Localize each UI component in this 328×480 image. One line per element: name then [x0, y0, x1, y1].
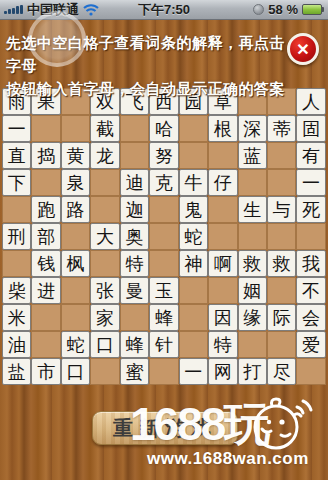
grid-cell[interactable]: 捣 — [31, 142, 60, 169]
grid-cell — [179, 115, 208, 142]
close-button[interactable]: ✕ — [287, 33, 319, 65]
grid-cell — [267, 169, 296, 196]
grid-cell[interactable]: 大 — [90, 223, 119, 250]
grid-cell[interactable]: 龙 — [90, 142, 119, 169]
cell-character: 进 — [37, 282, 55, 300]
cell-character: 刑 — [8, 228, 26, 246]
grid-cell — [208, 196, 237, 223]
instructions-line2: 按钮输入首字母，会自动显示正确的答案 — [6, 77, 298, 100]
wifi-icon — [83, 4, 99, 16]
cell-character: 曼 — [125, 282, 143, 300]
grid-cell[interactable]: 死 — [296, 196, 325, 223]
grid-cell — [2, 250, 31, 277]
grid-cell[interactable]: 打 — [238, 358, 267, 385]
cell-character: 救 — [243, 255, 261, 273]
cell-character: 固 — [302, 120, 320, 138]
cell-character: 路 — [67, 201, 85, 219]
grid-cell — [61, 115, 90, 142]
grid-cell — [31, 304, 60, 331]
cell-character: 玉 — [155, 282, 173, 300]
grid-cell[interactable]: 根 — [208, 115, 237, 142]
grid-cell[interactable]: 奥 — [120, 223, 149, 250]
grid-cell[interactable]: 进 — [31, 277, 60, 304]
grid-cell — [296, 358, 325, 385]
grid-cell — [149, 223, 178, 250]
battery-icon — [302, 4, 324, 15]
grid-cell — [208, 223, 237, 250]
cell-character: 生 — [243, 201, 261, 219]
grid-cell[interactable]: 我 — [296, 250, 325, 277]
watermark-url: www.1688wan.com — [147, 449, 309, 469]
grid-cell — [208, 142, 237, 169]
grid-cell[interactable]: 网 — [208, 358, 237, 385]
grid-cell[interactable]: 生 — [238, 196, 267, 223]
grid-cell[interactable]: 姻 — [238, 277, 267, 304]
grid-cell[interactable]: 尽 — [267, 358, 296, 385]
grid-cell — [267, 331, 296, 358]
cell-character: 我 — [302, 255, 320, 273]
grid-cell[interactable]: 会 — [296, 304, 325, 331]
grid-cell[interactable]: 截 — [90, 115, 119, 142]
cell-character: 油 — [8, 336, 26, 354]
grid-cell[interactable]: 鬼 — [179, 196, 208, 223]
cell-character: 大 — [96, 228, 114, 246]
grid-cell — [149, 250, 178, 277]
grid-cell — [267, 223, 296, 250]
grid-cell[interactable]: 蓝 — [238, 142, 267, 169]
cell-character: 蜜 — [125, 363, 143, 381]
cell-character: 根 — [214, 120, 232, 138]
cell-character: 与 — [273, 201, 291, 219]
cell-character: 黄 — [67, 147, 85, 165]
grid-cell — [120, 142, 149, 169]
grid-cell[interactable]: 曼 — [120, 277, 149, 304]
grid-cell[interactable]: 钱 — [31, 250, 60, 277]
cell-character: 际 — [273, 309, 291, 327]
cell-character: 口 — [67, 363, 85, 381]
grid-cell[interactable]: 克 — [149, 169, 178, 196]
rotation-lock-icon — [253, 4, 264, 15]
grid-cell — [2, 196, 31, 223]
grid-cell[interactable]: 蒂 — [267, 115, 296, 142]
cell-character: 针 — [155, 336, 173, 354]
grid-cell — [90, 169, 119, 196]
cell-character: 柴 — [8, 282, 26, 300]
cell-character: 蒂 — [273, 120, 291, 138]
grid-cell[interactable]: 直 — [2, 142, 31, 169]
grid-cell — [296, 223, 325, 250]
cell-character: 部 — [37, 228, 55, 246]
grid-cell[interactable]: 针 — [149, 331, 178, 358]
grid-cell[interactable]: 固 — [296, 115, 325, 142]
grid-cell[interactable]: 特 — [120, 250, 149, 277]
battery-percent-label: 58 % — [268, 2, 298, 17]
grid-cell[interactable]: 迪 — [120, 169, 149, 196]
grid-cell — [120, 304, 149, 331]
restart-button[interactable]: 重新游戏 — [92, 411, 238, 445]
cell-character: 仔 — [214, 174, 232, 192]
cell-character: 枫 — [67, 255, 85, 273]
cell-character: 尽 — [273, 363, 291, 381]
cell-character: 跑 — [37, 201, 55, 219]
grid-cell — [267, 277, 296, 304]
grid-cell[interactable]: 玉 — [149, 277, 178, 304]
grid-cell — [31, 115, 60, 142]
cell-character: 人 — [302, 93, 320, 111]
cell-character: 爱 — [302, 336, 320, 354]
grid-cell — [120, 115, 149, 142]
grid-cell[interactable]: 油 — [2, 331, 31, 358]
cell-character: 一 — [302, 174, 320, 192]
grid-cell[interactable]: 部 — [31, 223, 60, 250]
grid-cell — [179, 277, 208, 304]
grid-cell — [90, 250, 119, 277]
cell-character: 蛇 — [67, 336, 85, 354]
app-screen: 中国联通 下午7:50 58 % 先选中空白格子查看词条的解释，再点击字母 按钮… — [0, 0, 328, 480]
cell-character: 市 — [37, 363, 55, 381]
chicken-mascot-icon — [248, 395, 314, 457]
cell-character: 有 — [302, 147, 320, 165]
cell-character: 泉 — [67, 174, 85, 192]
grid-cell[interactable]: 迦 — [120, 196, 149, 223]
cell-character: 张 — [96, 282, 114, 300]
grid-cell[interactable]: 泉 — [61, 169, 90, 196]
cell-character: 迪 — [125, 174, 143, 192]
grid-cell — [238, 331, 267, 358]
grid-cell[interactable]: 蛇 — [179, 223, 208, 250]
grid-cell — [31, 331, 60, 358]
grid-cell[interactable]: 牛 — [179, 169, 208, 196]
grid-cell[interactable]: 救 — [238, 250, 267, 277]
cell-character: 哈 — [155, 120, 173, 138]
cell-character: 鬼 — [184, 201, 202, 219]
grid-cell — [238, 169, 267, 196]
grid-cell[interactable]: 深 — [238, 115, 267, 142]
grid-cell[interactable]: 救 — [267, 250, 296, 277]
cell-character: 会 — [302, 309, 320, 327]
grid-cell[interactable]: 因 — [208, 304, 237, 331]
grid-cell[interactable]: 仔 — [208, 169, 237, 196]
grid-cell[interactable]: 蜜 — [120, 358, 149, 385]
cell-character: 救 — [273, 255, 291, 273]
cell-character: 特 — [214, 336, 232, 354]
grid-cell[interactable]: 人 — [296, 88, 325, 115]
grid-cell — [61, 277, 90, 304]
grid-cell — [61, 304, 90, 331]
grid-cell[interactable]: 米 — [2, 304, 31, 331]
cell-character: 一 — [8, 120, 26, 138]
grid-cell[interactable]: 神 — [179, 250, 208, 277]
cell-character: 牛 — [184, 174, 202, 192]
grid-cell[interactable]: 黄 — [61, 142, 90, 169]
cell-character: 死 — [302, 201, 320, 219]
cell-character: 深 — [243, 120, 261, 138]
close-icon: ✕ — [296, 40, 309, 59]
grid-cell[interactable]: 缘 — [238, 304, 267, 331]
grid-cell — [238, 223, 267, 250]
cell-character: 因 — [214, 309, 232, 327]
cell-character: 缘 — [243, 309, 261, 327]
grid-cell — [149, 358, 178, 385]
restart-button-label: 重新游戏 — [113, 415, 217, 442]
cell-character: 钱 — [37, 255, 55, 273]
grid-cell[interactable]: 与 — [267, 196, 296, 223]
cell-character: 神 — [184, 255, 202, 273]
grid-cell — [179, 142, 208, 169]
cell-character: 米 — [8, 309, 26, 327]
grid-cell[interactable]: 口 — [61, 358, 90, 385]
grid-cell[interactable]: 枫 — [61, 250, 90, 277]
grid-cell — [179, 331, 208, 358]
grid-cell — [149, 196, 178, 223]
cell-character: 下 — [8, 174, 26, 192]
grid-cell[interactable]: 盐 — [2, 358, 31, 385]
cell-character: 捣 — [37, 147, 55, 165]
grid-cell — [61, 223, 90, 250]
grid-cell[interactable]: 刑 — [2, 223, 31, 250]
cell-character: 迦 — [125, 201, 143, 219]
cell-character: 啊 — [214, 255, 232, 273]
cell-character: 蓝 — [243, 147, 261, 165]
grid-cell — [267, 142, 296, 169]
cell-character: 克 — [155, 174, 173, 192]
cell-character: 家 — [96, 309, 114, 327]
cell-character: 龙 — [96, 147, 114, 165]
grid-cell — [31, 169, 60, 196]
grid-cell[interactable]: 哈 — [149, 115, 178, 142]
cell-character: 蜂 — [155, 309, 173, 327]
grid-cell[interactable]: 爱 — [296, 331, 325, 358]
grid-cell[interactable]: 努 — [149, 142, 178, 169]
cell-character: 直 — [8, 147, 26, 165]
cell-character: 网 — [214, 363, 232, 381]
assistive-touch-overlay[interactable] — [28, 11, 86, 67]
grid-cell[interactable]: 一 — [296, 169, 325, 196]
grid-cell[interactable]: 张 — [90, 277, 119, 304]
cell-character: 打 — [243, 363, 261, 381]
grid-cell[interactable]: 蜂 — [149, 304, 178, 331]
grid-cell[interactable]: 家 — [90, 304, 119, 331]
cell-signal-icon — [4, 5, 23, 14]
grid-cell — [90, 358, 119, 385]
grid-cell[interactable]: 市 — [31, 358, 60, 385]
grid-cell[interactable]: 际 — [267, 304, 296, 331]
puzzle-grid: 雨果双飞西园草人一截哈根深蒂固直捣黄龙努蓝有下泉迪克牛仔一跑路迦鬼生与死刑部大奥… — [2, 88, 326, 385]
grid-cell — [90, 196, 119, 223]
cell-character: 奥 — [125, 228, 143, 246]
cell-character: 不 — [302, 282, 320, 300]
grid-cell[interactable]: 一 — [179, 358, 208, 385]
cell-character: 截 — [96, 120, 114, 138]
grid-cell[interactable]: 蜂 — [120, 331, 149, 358]
grid-cell — [208, 277, 237, 304]
cell-character: 特 — [125, 255, 143, 273]
grid-cell[interactable]: 口 — [90, 331, 119, 358]
cell-character: 蜂 — [125, 336, 143, 354]
grid-cell[interactable]: 不 — [296, 277, 325, 304]
grid-cell[interactable]: 有 — [296, 142, 325, 169]
grid-cell[interactable]: 柴 — [2, 277, 31, 304]
cell-character: 一 — [184, 363, 202, 381]
grid-cell[interactable]: 啊 — [208, 250, 237, 277]
grid-cell[interactable]: 跑 — [31, 196, 60, 223]
cell-character: 盐 — [8, 363, 26, 381]
cell-character: 姻 — [243, 282, 261, 300]
grid-cell[interactable]: 特 — [208, 331, 237, 358]
grid-cell[interactable]: 下 — [2, 169, 31, 196]
cell-character: 努 — [155, 147, 173, 165]
grid-cell[interactable]: 蛇 — [61, 331, 90, 358]
cell-character: 蛇 — [184, 228, 202, 246]
grid-cell[interactable]: 路 — [61, 196, 90, 223]
grid-cell — [179, 304, 208, 331]
grid-cell[interactable]: 一 — [2, 115, 31, 142]
cell-character: 口 — [96, 336, 114, 354]
